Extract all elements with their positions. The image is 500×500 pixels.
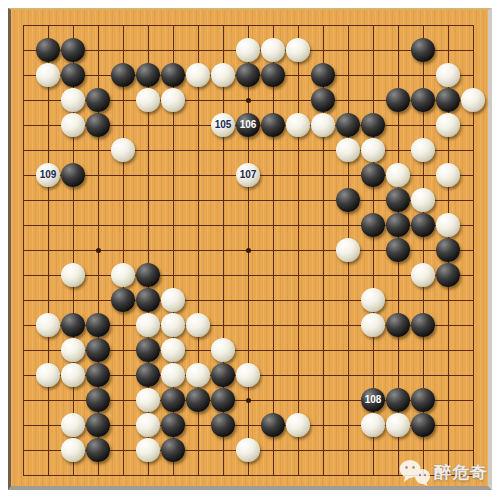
black-stone [61, 163, 85, 187]
white-stone [211, 338, 235, 362]
white-stone [436, 163, 460, 187]
move-number-label: 105 [215, 120, 232, 130]
black-stone [336, 113, 360, 137]
white-stone [361, 138, 385, 162]
grid-line-vertical [273, 25, 274, 476]
wechat-icon [399, 459, 431, 486]
white-stone [411, 188, 435, 212]
black-stone [61, 313, 85, 337]
white-stone [36, 363, 60, 387]
white-stone: 109 [36, 163, 60, 187]
black-stone [136, 338, 160, 362]
black-stone [36, 38, 60, 62]
black-stone [136, 263, 160, 287]
white-stone [336, 238, 360, 262]
black-stone [261, 113, 285, 137]
white-stone [136, 388, 160, 412]
black-stone [411, 388, 435, 412]
white-stone [136, 88, 160, 112]
white-stone [436, 63, 460, 87]
black-stone [186, 388, 210, 412]
black-stone [86, 388, 110, 412]
black-stone [361, 113, 385, 137]
white-stone [436, 213, 460, 237]
black-stone [86, 338, 110, 362]
black-stone [411, 313, 435, 337]
white-stone [461, 88, 485, 112]
star-point [96, 248, 101, 253]
black-stone [61, 63, 85, 87]
black-stone [436, 88, 460, 112]
star-point [246, 248, 251, 253]
white-stone [36, 63, 60, 87]
black-stone [386, 188, 410, 212]
move-number-label: 109 [40, 170, 57, 180]
white-stone [161, 338, 185, 362]
black-stone [436, 263, 460, 287]
black-stone [411, 413, 435, 437]
go-board: 105106109107108 [8, 8, 492, 490]
black-stone [361, 163, 385, 187]
white-stone [136, 413, 160, 437]
black-stone [411, 38, 435, 62]
move-number-label: 106 [240, 120, 257, 130]
black-stone [86, 113, 110, 137]
black-stone [336, 188, 360, 212]
white-stone: 105 [211, 113, 235, 137]
white-stone [161, 88, 185, 112]
black-stone [211, 413, 235, 437]
black-stone [86, 313, 110, 337]
white-stone [61, 88, 85, 112]
move-number-label: 107 [240, 170, 257, 180]
star-point [246, 398, 251, 403]
black-stone [161, 63, 185, 87]
white-stone [286, 113, 310, 137]
black-stone [236, 63, 260, 87]
white-stone [411, 138, 435, 162]
white-stone [211, 63, 235, 87]
black-stone [136, 63, 160, 87]
black-stone [361, 213, 385, 237]
white-stone [361, 413, 385, 437]
black-stone [211, 363, 235, 387]
white-stone [411, 263, 435, 287]
black-stone [86, 88, 110, 112]
white-stone [361, 313, 385, 337]
white-stone [161, 363, 185, 387]
white-stone [361, 288, 385, 312]
black-stone [386, 313, 410, 337]
white-stone [136, 438, 160, 462]
black-stone [161, 438, 185, 462]
white-stone [386, 163, 410, 187]
black-stone [386, 388, 410, 412]
white-stone [61, 413, 85, 437]
black-stone [111, 63, 135, 87]
white-stone [61, 263, 85, 287]
black-stone [261, 63, 285, 87]
white-stone [61, 338, 85, 362]
white-stone [161, 288, 185, 312]
white-stone [261, 38, 285, 62]
black-stone [136, 288, 160, 312]
black-stone [311, 63, 335, 87]
black-stone [211, 388, 235, 412]
white-stone [286, 413, 310, 437]
white-stone [161, 313, 185, 337]
star-point [246, 98, 251, 103]
black-stone [411, 213, 435, 237]
grid-line-horizontal [23, 300, 474, 301]
black-stone [386, 238, 410, 262]
white-stone [186, 63, 210, 87]
black-stone [311, 88, 335, 112]
black-stone [386, 88, 410, 112]
white-stone [61, 113, 85, 137]
black-stone [136, 363, 160, 387]
black-stone [436, 238, 460, 262]
grid-line-vertical [298, 25, 299, 476]
white-stone: 107 [236, 163, 260, 187]
black-stone [386, 213, 410, 237]
white-stone [386, 413, 410, 437]
watermark: 醉危奇 [399, 459, 488, 486]
white-stone [136, 313, 160, 337]
white-stone [336, 138, 360, 162]
black-stone [86, 413, 110, 437]
black-stone [86, 363, 110, 387]
black-stone: 106 [236, 113, 260, 137]
black-stone [261, 413, 285, 437]
black-stone [86, 438, 110, 462]
black-stone: 108 [361, 388, 385, 412]
white-stone [111, 263, 135, 287]
white-stone [61, 363, 85, 387]
white-stone [286, 38, 310, 62]
watermark-text: 醉危奇 [434, 461, 488, 484]
white-stone [186, 313, 210, 337]
white-stone [186, 363, 210, 387]
white-stone [236, 38, 260, 62]
black-stone [161, 388, 185, 412]
go-diagram: 105106109107108 醉危奇 [0, 0, 500, 500]
white-stone [111, 138, 135, 162]
move-number-label: 108 [365, 395, 382, 405]
black-stone [411, 88, 435, 112]
white-stone [236, 438, 260, 462]
white-stone [311, 113, 335, 137]
white-stone [236, 363, 260, 387]
black-stone [111, 288, 135, 312]
white-stone [61, 438, 85, 462]
black-stone [61, 38, 85, 62]
black-stone [161, 413, 185, 437]
grid-line-horizontal [23, 275, 474, 276]
white-stone [436, 113, 460, 137]
white-stone [36, 313, 60, 337]
